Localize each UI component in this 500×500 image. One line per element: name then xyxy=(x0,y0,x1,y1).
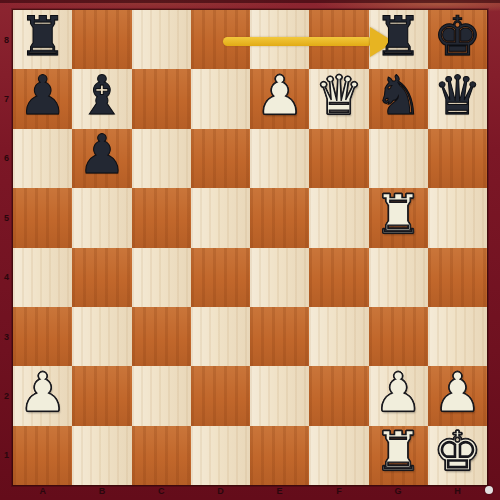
square-c1[interactable] xyxy=(132,426,191,485)
square-c2[interactable] xyxy=(132,366,191,425)
square-b5[interactable] xyxy=(72,188,131,247)
rank-label-1: 1 xyxy=(0,426,13,485)
white-king[interactable]: ♚ xyxy=(433,425,481,479)
square-f2[interactable] xyxy=(309,366,368,425)
square-g7[interactable]: ♞ xyxy=(369,69,428,128)
square-a8[interactable]: ♜ xyxy=(13,10,72,69)
square-b6[interactable]: ♟ xyxy=(72,129,131,188)
square-e3[interactable] xyxy=(250,307,309,366)
square-c4[interactable] xyxy=(132,248,191,307)
rank-label-6: 6 xyxy=(0,129,13,188)
rank-label-3: 3 xyxy=(0,307,13,366)
black-pawn[interactable]: ♟ xyxy=(18,69,66,123)
square-g2[interactable]: ♟ xyxy=(369,366,428,425)
square-f7[interactable]: ♛ xyxy=(309,69,368,128)
rank-label-7: 7 xyxy=(0,69,13,128)
white-pawn[interactable]: ♟ xyxy=(374,366,422,420)
chess-board: ♜♜♚♟♝♟♛♞♛♟♜♟♟♟♜♚ xyxy=(13,10,487,485)
black-bishop[interactable]: ♝ xyxy=(78,69,126,123)
square-h1[interactable]: ♚ xyxy=(428,426,487,485)
square-d4[interactable] xyxy=(191,248,250,307)
black-pawn[interactable]: ♟ xyxy=(78,128,126,182)
square-h7[interactable]: ♛ xyxy=(428,69,487,128)
square-a5[interactable] xyxy=(13,188,72,247)
white-pawn[interactable]: ♟ xyxy=(433,366,481,420)
square-d2[interactable] xyxy=(191,366,250,425)
rank-label-5: 5 xyxy=(0,188,13,247)
square-f6[interactable] xyxy=(309,129,368,188)
board-frame: 87654321 ABCDEFGH ♜♜♚♟♝♟♛♞♛♟♜♟♟♟♜♚ xyxy=(0,0,500,500)
rank-label-2: 2 xyxy=(0,366,13,425)
square-c8[interactable] xyxy=(132,10,191,69)
square-b3[interactable] xyxy=(72,307,131,366)
square-g4[interactable] xyxy=(369,248,428,307)
square-g6[interactable] xyxy=(369,129,428,188)
square-a6[interactable] xyxy=(13,129,72,188)
square-e1[interactable] xyxy=(250,426,309,485)
black-queen[interactable]: ♛ xyxy=(433,69,481,123)
square-a2[interactable]: ♟ xyxy=(13,366,72,425)
square-g5[interactable]: ♜ xyxy=(369,188,428,247)
square-c5[interactable] xyxy=(132,188,191,247)
square-a1[interactable] xyxy=(13,426,72,485)
square-d5[interactable] xyxy=(191,188,250,247)
square-b1[interactable] xyxy=(72,426,131,485)
black-rook[interactable]: ♜ xyxy=(18,10,66,64)
rank-label-8: 8 xyxy=(0,10,13,69)
square-f3[interactable] xyxy=(309,307,368,366)
move-arrow-shaft xyxy=(223,37,372,46)
square-h6[interactable] xyxy=(428,129,487,188)
square-g3[interactable] xyxy=(369,307,428,366)
watermark-dot xyxy=(485,486,493,494)
square-d6[interactable] xyxy=(191,129,250,188)
black-rook[interactable]: ♜ xyxy=(374,10,422,64)
square-d3[interactable] xyxy=(191,307,250,366)
file-label-h: H xyxy=(428,485,487,500)
square-c7[interactable] xyxy=(132,69,191,128)
file-label-b: B xyxy=(72,485,131,500)
white-rook[interactable]: ♜ xyxy=(374,425,422,479)
square-g8[interactable]: ♜ xyxy=(369,10,428,69)
square-e6[interactable] xyxy=(250,129,309,188)
square-h8[interactable]: ♚ xyxy=(428,10,487,69)
square-e7[interactable]: ♟ xyxy=(250,69,309,128)
square-a3[interactable] xyxy=(13,307,72,366)
square-f1[interactable] xyxy=(309,426,368,485)
square-e5[interactable] xyxy=(250,188,309,247)
file-labels: ABCDEFGH xyxy=(13,485,487,500)
square-d1[interactable] xyxy=(191,426,250,485)
square-d7[interactable] xyxy=(191,69,250,128)
file-label-f: F xyxy=(309,485,368,500)
black-knight[interactable]: ♞ xyxy=(374,69,422,123)
file-label-e: E xyxy=(250,485,309,500)
black-king[interactable]: ♚ xyxy=(433,10,481,64)
square-f5[interactable] xyxy=(309,188,368,247)
file-label-c: C xyxy=(132,485,191,500)
square-e4[interactable] xyxy=(250,248,309,307)
square-b4[interactable] xyxy=(72,248,131,307)
square-c6[interactable] xyxy=(132,129,191,188)
file-label-d: D xyxy=(191,485,250,500)
rank-label-4: 4 xyxy=(0,248,13,307)
square-b8[interactable] xyxy=(72,10,131,69)
square-h5[interactable] xyxy=(428,188,487,247)
white-pawn[interactable]: ♟ xyxy=(255,69,303,123)
file-label-g: G xyxy=(369,485,428,500)
white-pawn[interactable]: ♟ xyxy=(18,366,66,420)
square-f4[interactable] xyxy=(309,248,368,307)
white-queen[interactable]: ♛ xyxy=(315,69,363,123)
square-b2[interactable] xyxy=(72,366,131,425)
square-h4[interactable] xyxy=(428,248,487,307)
square-a7[interactable]: ♟ xyxy=(13,69,72,128)
rank-labels: 87654321 xyxy=(0,10,13,485)
square-a4[interactable] xyxy=(13,248,72,307)
square-e2[interactable] xyxy=(250,366,309,425)
white-rook[interactable]: ♜ xyxy=(374,188,422,242)
file-label-a: A xyxy=(13,485,72,500)
square-g1[interactable]: ♜ xyxy=(369,426,428,485)
square-h3[interactable] xyxy=(428,307,487,366)
square-c3[interactable] xyxy=(132,307,191,366)
square-b7[interactable]: ♝ xyxy=(72,69,131,128)
square-h2[interactable]: ♟ xyxy=(428,366,487,425)
